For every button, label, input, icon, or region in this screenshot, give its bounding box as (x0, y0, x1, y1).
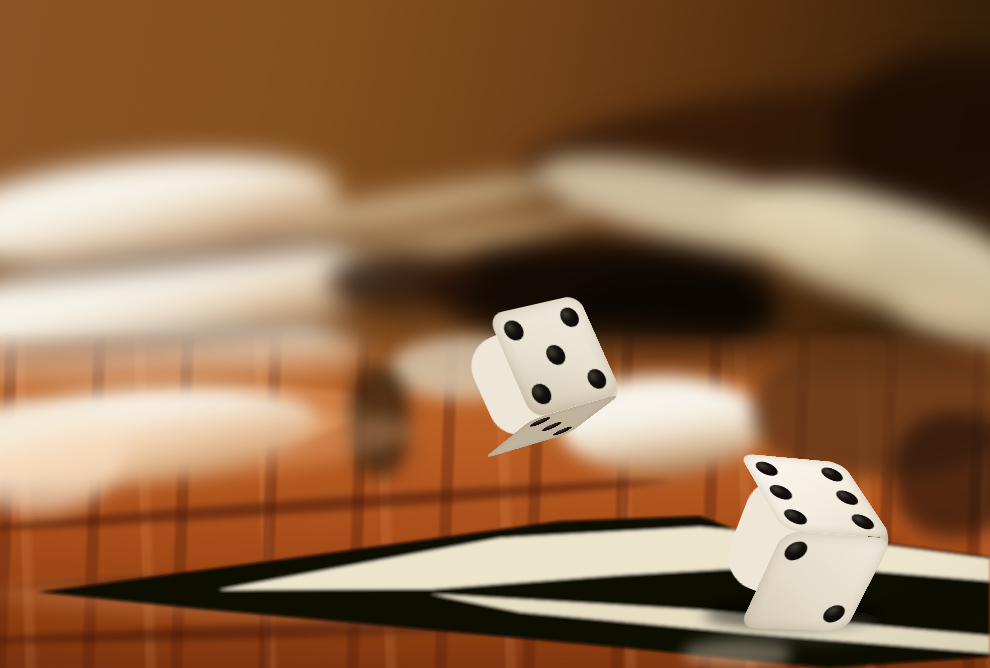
die-pip (543, 343, 569, 367)
landing-die (731, 482, 853, 604)
die-pip (753, 461, 782, 477)
die-pip (584, 367, 609, 391)
die-pip (781, 541, 811, 561)
die-pip (781, 508, 811, 525)
die-pip (833, 490, 862, 506)
backgammon-photo-scene (0, 0, 990, 668)
die-pip (818, 467, 847, 483)
die2-face-six (738, 453, 892, 538)
dice-layer (0, 0, 990, 668)
die-pip (501, 319, 527, 343)
die2-face-two (739, 531, 893, 632)
die-pip (820, 605, 849, 623)
die-pip (557, 306, 582, 329)
die-pip (766, 484, 795, 500)
airborne-die (475, 322, 585, 432)
die-pip (528, 382, 554, 406)
die-pip (848, 513, 878, 529)
